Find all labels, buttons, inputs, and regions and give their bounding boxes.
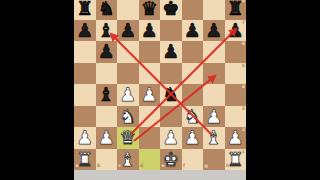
square-a6[interactable] <box>74 41 96 63</box>
square-d8[interactable]: ♛ <box>139 0 161 20</box>
piece-white-rook[interactable]: ♜ <box>74 149 96 171</box>
coord-rank-6: 6 <box>242 42 245 47</box>
square-c8[interactable] <box>117 0 139 20</box>
square-d5[interactable] <box>139 63 161 85</box>
square-e1[interactable]: ♚e <box>160 149 182 171</box>
square-e4[interactable]: ♞ <box>160 84 182 106</box>
piece-white-knight[interactable]: ♞ <box>117 106 139 128</box>
piece-white-pawn[interactable]: ♟ <box>203 106 225 128</box>
piece-white-pawn[interactable]: ♟ <box>139 84 161 106</box>
piece-white-pawn[interactable]: ♟ <box>182 127 204 149</box>
piece-black-pawn[interactable]: ♟ <box>182 20 204 42</box>
square-b6[interactable]: ♟ <box>96 41 118 63</box>
coord-file-d: d <box>140 164 143 169</box>
letterbox-right <box>246 0 320 180</box>
coord-file-g: g <box>205 164 208 169</box>
piece-black-knight[interactable]: ♞ <box>96 0 118 20</box>
square-e6[interactable]: ♟ <box>160 41 182 63</box>
square-a2[interactable]: ♟ <box>74 127 96 149</box>
square-f5[interactable] <box>182 63 204 85</box>
piece-white-bishop[interactable]: ♝ <box>203 127 225 149</box>
square-f8[interactable] <box>182 0 204 20</box>
square-f4[interactable] <box>182 84 204 106</box>
square-h6[interactable]: 6 <box>225 41 247 63</box>
square-b2[interactable]: ♟ <box>96 127 118 149</box>
piece-black-pawn[interactable]: ♟ <box>139 20 161 42</box>
square-h4[interactable]: 4 <box>225 84 247 106</box>
square-a8[interactable]: ♜ <box>74 0 96 20</box>
piece-black-pawn[interactable]: ♟ <box>225 20 247 42</box>
square-f2[interactable]: ♟ <box>182 127 204 149</box>
square-e2[interactable]: ♟ <box>160 127 182 149</box>
coord-rank-5: 5 <box>242 64 245 69</box>
piece-white-pawn[interactable]: ♟ <box>160 127 182 149</box>
square-c1[interactable]: ♝c <box>117 149 139 171</box>
screenshot-root: ♜♞♛♚♜8♟♝♟♟♟♟♟7♟♟65♝♟♟♞4♞♞♟3♟♟♛♟♟♝♟2♜ab♝c… <box>0 0 320 180</box>
square-c3[interactable]: ♞ <box>117 106 139 128</box>
square-a7[interactable]: ♟ <box>74 20 96 42</box>
square-d7[interactable]: ♟ <box>139 20 161 42</box>
square-c5[interactable] <box>117 63 139 85</box>
square-c4[interactable]: ♟ <box>117 84 139 106</box>
square-h3[interactable]: 3 <box>225 106 247 128</box>
square-c2[interactable]: ♛ <box>117 127 139 149</box>
piece-black-queen[interactable]: ♛ <box>139 0 161 20</box>
piece-white-pawn[interactable]: ♟ <box>74 127 96 149</box>
piece-black-pawn[interactable]: ♟ <box>160 41 182 63</box>
square-e5[interactable] <box>160 63 182 85</box>
piece-white-knight[interactable]: ♞ <box>182 106 204 128</box>
square-g7[interactable]: ♟ <box>203 20 225 42</box>
piece-black-knight[interactable]: ♞ <box>160 84 182 106</box>
square-a1[interactable]: ♜a <box>74 149 96 171</box>
piece-white-pawn[interactable]: ♟ <box>117 84 139 106</box>
coord-rank-4: 4 <box>242 85 245 90</box>
piece-white-pawn[interactable]: ♟ <box>225 127 247 149</box>
square-b4[interactable]: ♝ <box>96 84 118 106</box>
piece-white-king[interactable]: ♚ <box>160 149 182 171</box>
square-f3[interactable]: ♞ <box>182 106 204 128</box>
square-g1[interactable]: g <box>203 149 225 171</box>
square-c6[interactable] <box>117 41 139 63</box>
square-h8[interactable]: ♜8 <box>225 0 247 20</box>
square-h2[interactable]: ♟2 <box>225 127 247 149</box>
square-d1[interactable]: d <box>139 149 161 171</box>
piece-black-rook[interactable]: ♜ <box>74 0 96 20</box>
square-b3[interactable] <box>96 106 118 128</box>
square-e8[interactable]: ♚ <box>160 0 182 20</box>
square-f6[interactable] <box>182 41 204 63</box>
piece-black-pawn[interactable]: ♟ <box>96 41 118 63</box>
piece-black-pawn[interactable]: ♟ <box>117 20 139 42</box>
piece-white-bishop[interactable]: ♝ <box>117 149 139 171</box>
square-h1[interactable]: ♜1h <box>225 149 247 171</box>
square-g3[interactable]: ♟ <box>203 106 225 128</box>
square-h7[interactable]: ♟7 <box>225 20 247 42</box>
square-h5[interactable]: 5 <box>225 63 247 85</box>
page-background-strip <box>74 170 246 180</box>
coord-rank-3: 3 <box>242 107 245 112</box>
square-g5[interactable] <box>203 63 225 85</box>
chess-board: ♜♞♛♚♜8♟♝♟♟♟♟♟7♟♟65♝♟♟♞4♞♞♟3♟♟♛♟♟♝♟2♜ab♝c… <box>74 0 246 170</box>
letterbox-left <box>0 0 74 180</box>
square-e7[interactable] <box>160 20 182 42</box>
square-d4[interactable]: ♟ <box>139 84 161 106</box>
square-f7[interactable]: ♟ <box>182 20 204 42</box>
square-b5[interactable] <box>96 63 118 85</box>
coord-file-f: f <box>183 164 185 169</box>
piece-black-king[interactable]: ♚ <box>160 0 182 20</box>
square-d6[interactable] <box>139 41 161 63</box>
square-b7[interactable]: ♝ <box>96 20 118 42</box>
square-c7[interactable]: ♟ <box>117 20 139 42</box>
square-d2[interactable] <box>139 127 161 149</box>
piece-white-pawn[interactable]: ♟ <box>96 127 118 149</box>
square-e3[interactable] <box>160 106 182 128</box>
square-b8[interactable]: ♞ <box>96 0 118 20</box>
square-g2[interactable]: ♝ <box>203 127 225 149</box>
piece-black-pawn[interactable]: ♟ <box>74 20 96 42</box>
piece-black-rook[interactable]: ♜ <box>225 0 247 20</box>
piece-black-bishop[interactable]: ♝ <box>96 84 118 106</box>
square-b1[interactable]: b <box>96 149 118 171</box>
piece-black-bishop[interactable]: ♝ <box>96 20 118 42</box>
square-a4[interactable] <box>74 84 96 106</box>
square-f1[interactable]: f <box>182 149 204 171</box>
piece-black-pawn[interactable]: ♟ <box>203 20 225 42</box>
piece-white-rook[interactable]: ♜ <box>225 149 247 171</box>
piece-white-queen[interactable]: ♛ <box>117 127 139 149</box>
coord-file-b: b <box>97 164 100 169</box>
square-d3[interactable] <box>139 106 161 128</box>
square-a5[interactable] <box>74 63 96 85</box>
square-g4[interactable] <box>203 84 225 106</box>
square-g6[interactable] <box>203 41 225 63</box>
square-g8[interactable] <box>203 0 225 20</box>
square-a3[interactable] <box>74 106 96 128</box>
